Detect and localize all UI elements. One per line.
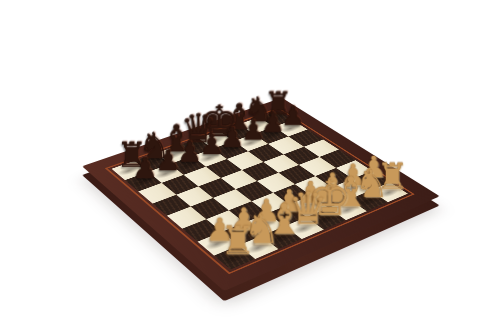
black-pawn-icon: ♟ [121, 154, 169, 183]
chess-board: ♜♞♝♛♚♝♞♜♟♟♟♟♟♟♟♟♟♟♟♟♟♟♟♟♜♞♝♛♚♝♞♜ [82, 98, 440, 291]
chess-product-photo: ♜♞♝♛♚♝♞♜♟♟♟♟♟♟♟♟♟♟♟♟♟♟♟♟♜♞♝♛♚♝♞♜ [0, 0, 480, 320]
white-rook-icon: ♜ [211, 221, 265, 260]
